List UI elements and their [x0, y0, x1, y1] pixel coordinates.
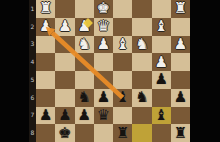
square-b2[interactable]: ♝ [152, 18, 171, 36]
black-pawn[interactable]: ♟ [58, 107, 71, 122]
square-h3[interactable] [36, 36, 55, 54]
black-bishop[interactable]: ♝ [116, 90, 129, 105]
black-rook[interactable]: ♜ [116, 125, 129, 140]
square-a4[interactable] [171, 53, 190, 71]
square-e8[interactable] [94, 124, 113, 142]
square-d4[interactable] [113, 53, 132, 71]
square-d3[interactable]: ♝ [113, 36, 132, 54]
white-knight[interactable]: ♞ [77, 36, 90, 51]
white-pawn[interactable]: ♟ [154, 54, 167, 69]
square-d1[interactable] [113, 0, 132, 18]
square-h1[interactable]: ♜ [36, 0, 55, 18]
square-c2[interactable] [132, 18, 151, 36]
right-letterbox [190, 0, 220, 142]
square-f3[interactable]: ♞ [75, 36, 94, 54]
rank-label-4: 4 [29, 53, 36, 71]
square-a3[interactable]: ♟ [171, 36, 190, 54]
square-g5[interactable] [55, 71, 74, 89]
square-b8[interactable] [152, 124, 171, 142]
rank-label-2: 2 [29, 18, 36, 36]
square-c4[interactable] [132, 53, 151, 71]
square-b5[interactable]: ♟ [152, 71, 171, 89]
black-pawn[interactable]: ♟ [174, 90, 187, 105]
square-e7[interactable]: ♛ [94, 107, 113, 125]
black-pawn[interactable]: ♟ [97, 90, 110, 105]
square-a7[interactable] [171, 107, 190, 125]
square-b6[interactable] [152, 89, 171, 107]
square-e4[interactable] [94, 53, 113, 71]
square-f8[interactable] [75, 124, 94, 142]
white-pawn[interactable]: ♟ [39, 19, 52, 34]
square-c8[interactable] [132, 124, 151, 142]
video-frame: 12345678 ♜♚♜♟♟♟♛♝♞♟♝♞♟♟♟♞♟♝♞♟♟♟♟♛♝♚♜♜ [0, 0, 220, 142]
white-rook[interactable]: ♜ [39, 1, 52, 16]
square-a8[interactable]: ♜ [171, 124, 190, 142]
black-rook[interactable]: ♜ [174, 125, 187, 140]
square-a5[interactable] [171, 71, 190, 89]
square-g3[interactable] [55, 36, 74, 54]
square-c7[interactable] [132, 107, 151, 125]
black-bishop[interactable]: ♝ [154, 107, 167, 122]
white-bishop[interactable]: ♝ [154, 19, 167, 34]
square-h8[interactable] [36, 124, 55, 142]
square-g2[interactable]: ♟ [55, 18, 74, 36]
black-pawn[interactable]: ♟ [77, 107, 90, 122]
square-b7[interactable]: ♝ [152, 107, 171, 125]
black-pawn[interactable]: ♟ [39, 107, 52, 122]
white-pawn[interactable]: ♟ [58, 19, 71, 34]
square-g1[interactable] [55, 0, 74, 18]
square-e5[interactable] [94, 71, 113, 89]
square-d2[interactable] [113, 18, 132, 36]
square-h4[interactable] [36, 53, 55, 71]
square-h2[interactable]: ♟ [36, 18, 55, 36]
black-knight[interactable]: ♞ [135, 90, 148, 105]
rank-label-5: 5 [29, 71, 36, 89]
rank-coordinates: 12345678 [29, 0, 36, 142]
black-king[interactable]: ♚ [58, 125, 71, 140]
square-h5[interactable] [36, 71, 55, 89]
square-e1[interactable]: ♚ [94, 0, 113, 18]
square-g7[interactable]: ♟ [55, 107, 74, 125]
black-knight[interactable]: ♞ [77, 90, 90, 105]
square-c1[interactable] [132, 0, 151, 18]
white-bishop[interactable]: ♝ [116, 36, 129, 51]
rank-label-6: 6 [29, 89, 36, 107]
square-g4[interactable] [55, 53, 74, 71]
square-a2[interactable] [171, 18, 190, 36]
square-b3[interactable] [152, 36, 171, 54]
square-e3[interactable]: ♟ [94, 36, 113, 54]
square-f5[interactable] [75, 71, 94, 89]
square-f2[interactable]: ♟ [75, 18, 94, 36]
square-f4[interactable] [75, 53, 94, 71]
square-f1[interactable] [75, 0, 94, 18]
square-a6[interactable]: ♟ [171, 89, 190, 107]
rank-label-7: 7 [29, 107, 36, 125]
white-rook[interactable]: ♜ [174, 1, 187, 16]
square-g6[interactable] [55, 89, 74, 107]
white-knight[interactable]: ♞ [135, 36, 148, 51]
white-queen[interactable]: ♛ [97, 19, 110, 34]
square-b1[interactable] [152, 0, 171, 18]
square-b4[interactable]: ♟ [152, 53, 171, 71]
square-h6[interactable] [36, 89, 55, 107]
rank-label-1: 1 [29, 0, 36, 18]
square-d8[interactable]: ♜ [113, 124, 132, 142]
square-h7[interactable]: ♟ [36, 107, 55, 125]
black-queen[interactable]: ♛ [97, 107, 110, 122]
left-letterbox [0, 0, 29, 142]
white-king[interactable]: ♚ [97, 1, 110, 16]
square-c3[interactable]: ♞ [132, 36, 151, 54]
square-d7[interactable] [113, 107, 132, 125]
white-pawn[interactable]: ♟ [174, 36, 187, 51]
square-e2[interactable]: ♛ [94, 18, 113, 36]
square-d5[interactable] [113, 71, 132, 89]
square-c6[interactable]: ♞ [132, 89, 151, 107]
square-f7[interactable]: ♟ [75, 107, 94, 125]
square-e6[interactable]: ♟ [94, 89, 113, 107]
square-d6[interactable]: ♝ [113, 89, 132, 107]
square-f6[interactable]: ♞ [75, 89, 94, 107]
square-g8[interactable]: ♚ [55, 124, 74, 142]
chess-board: ♜♚♜♟♟♟♛♝♞♟♝♞♟♟♟♞♟♝♞♟♟♟♟♛♝♚♜♜ [36, 0, 190, 142]
white-pawn[interactable]: ♟ [77, 19, 90, 34]
black-pawn[interactable]: ♟ [154, 72, 167, 87]
square-a1[interactable]: ♜ [171, 0, 190, 18]
rank-label-3: 3 [29, 36, 36, 54]
rank-label-8: 8 [29, 124, 36, 142]
white-pawn[interactable]: ♟ [97, 36, 110, 51]
square-c5[interactable] [132, 71, 151, 89]
